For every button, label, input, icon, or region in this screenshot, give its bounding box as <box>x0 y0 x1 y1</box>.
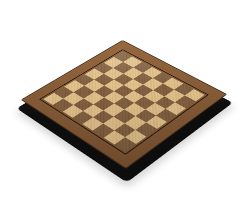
chess-board <box>21 40 227 169</box>
product-photo <box>0 0 250 218</box>
